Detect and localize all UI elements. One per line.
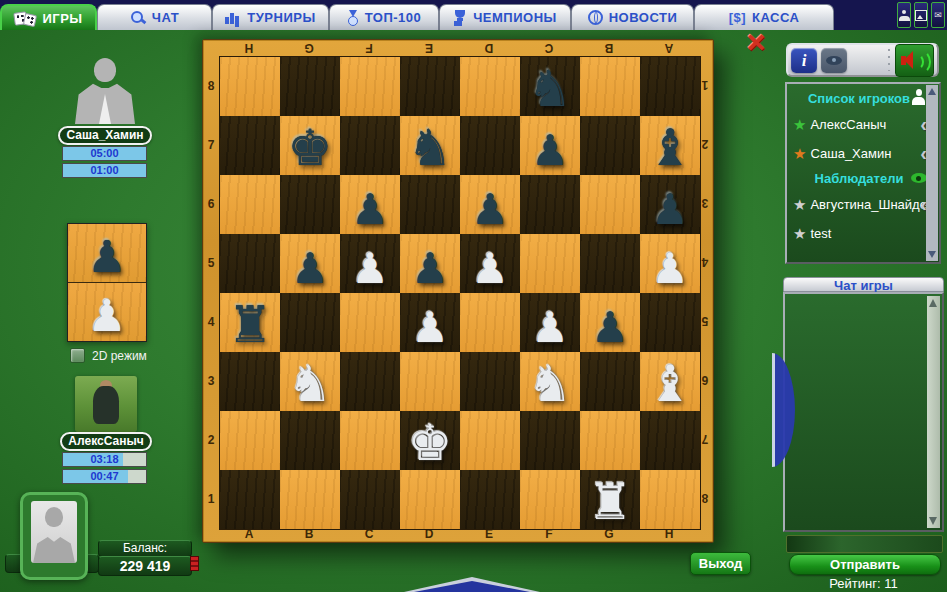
profile-button[interactable] [897,2,911,28]
medal-icon [347,10,359,26]
square-f2[interactable] [520,411,580,470]
square-e1[interactable] [460,470,520,529]
piece-bP-e6[interactable]: ♟ [460,184,520,236]
star-icon-gray: ★ [793,196,806,214]
coord-label: 1 [204,492,218,506]
picture-icon [915,10,927,21]
square-d7[interactable]: ♞ [400,116,460,175]
square-d6[interactable] [400,175,460,234]
square-b7[interactable]: ♚ [280,116,340,175]
chess-board: ABCDEFGH ABCDEFGH 87654321 87654321 ♞♚♞♟… [202,39,714,543]
mode-2d-label: 2D режим [92,349,147,363]
square-g1[interactable]: ♜ [580,470,640,529]
coord-label: 7 [204,138,218,152]
eye-icon [826,56,842,65]
square-h2[interactable] [640,411,700,470]
tab-tournaments-label: ТУРНИРЫ [247,10,315,25]
player-name: Саша_Хамин [810,146,891,161]
piece-wP-c5[interactable]: ♟ [340,243,400,295]
square-f4[interactable]: ♟ [520,293,580,352]
square-c3[interactable] [340,352,400,411]
square-d4[interactable]: ♟ [400,293,460,352]
square-g7[interactable] [580,116,640,175]
square-c2[interactable] [340,411,400,470]
chat-scrollbar[interactable] [927,296,940,528]
square-a2[interactable] [220,411,280,470]
tab-news[interactable]: НОВОСТИ [571,4,694,30]
user-avatar [31,501,77,563]
piece-bP-d5[interactable]: ♟ [400,243,460,295]
user-avatar-frame[interactable] [20,492,88,580]
star-icon-green: ★ [793,116,806,134]
observers-eye-icon [911,173,927,183]
rating-label: Рейтинг: [829,576,880,591]
piece-wN-f3[interactable]: ♞ [520,355,580,413]
square-b3[interactable]: ♞ [280,352,340,411]
piece-bP-c6[interactable]: ♟ [340,184,400,236]
captured-black-pawn: ♟ [68,230,146,284]
podium-icon [225,11,241,24]
square-c7[interactable] [340,116,400,175]
square-g6[interactable] [580,175,640,234]
square-f6[interactable] [520,175,580,234]
square-h5[interactable]: ♟ [640,234,700,293]
right-toolbar: i [786,43,939,77]
coord-label: 5 [204,256,218,270]
star-icon-gray: ★ [793,225,806,243]
square-b5[interactable]: ♟ [280,234,340,293]
piece-wP-d4[interactable]: ♟ [400,302,460,354]
balance-label-bar: Баланс: [98,540,192,557]
coord-label: 3 [204,374,218,388]
captured-pieces-tray: ♟ ♟ [67,223,147,342]
coord-label: B [579,41,639,55]
coord-label: 2 [204,433,218,447]
square-e3[interactable] [460,352,520,411]
piece-wP-e5[interactable]: ♟ [460,243,520,295]
tab-champions-label: ЧЕМПИОНЫ [473,10,557,25]
square-a5[interactable] [220,234,280,293]
observer-row-test[interactable]: ★test [793,219,925,248]
exit-button[interactable]: Выход [690,552,751,575]
observer-list-rows: ★Августина_Шнайдер‹★test [793,190,925,248]
balance-value: 229 419 [98,556,192,576]
observer-name: Августина_Шнайдер [810,197,934,212]
captured-white-pawn: ♟ [68,289,146,343]
tab-champions[interactable]: ЧЕМПИОНЫ [439,4,571,30]
opponent-avatar [75,58,135,124]
piece-bP-g4[interactable]: ♟ [580,302,640,354]
globe-icon [588,10,603,25]
rating-line: Рейтинг: 11 [783,576,944,591]
tab-cashier-label: КАССА [752,10,799,25]
game-chat-header: Чат игры [783,277,944,292]
screenshot-button[interactable] [914,2,928,28]
square-e7[interactable] [460,116,520,175]
square-c5[interactable]: ♟ [340,234,400,293]
square-g3[interactable] [580,352,640,411]
square-b1[interactable] [280,470,340,529]
coord-label: C [519,41,579,55]
piece-wP-h5[interactable]: ♟ [640,243,700,295]
square-a6[interactable] [220,175,280,234]
coord-label: 4 [204,315,218,329]
tab-top100-label: ТОП-100 [365,10,422,25]
square-e6[interactable]: ♟ [460,175,520,234]
person-icon [899,10,910,21]
player-avatar-photo [75,376,137,432]
player-main-clock: 03:18 [62,452,147,467]
rank-labels-left: 87654321 [204,56,218,528]
piece-bN-f8[interactable]: ♞ [520,60,580,118]
square-g4[interactable]: ♟ [580,293,640,352]
piece-bB-h7[interactable]: ♝ [640,119,700,177]
chat-input[interactable] [786,535,943,553]
square-a1[interactable] [220,470,280,529]
tray-cell-black: ♟ [68,224,146,283]
square-f8[interactable]: ♞ [520,57,580,116]
square-e4[interactable] [460,293,520,352]
piece-wB-h3[interactable]: ♝ [640,355,700,413]
square-h8[interactable] [640,57,700,116]
player-list-rows: ★АлексСаныч‹★Саша_Хамин‹ [793,110,925,168]
players-icon [912,89,925,105]
square-a4[interactable]: ♜ [220,293,280,352]
square-d1[interactable] [400,470,460,529]
tab-top100[interactable]: ТОП-100 [329,4,439,30]
square-f3[interactable]: ♞ [520,352,580,411]
piece-wN-b3[interactable]: ♞ [280,355,340,413]
coord-label: F [339,41,399,55]
square-d8[interactable] [400,57,460,116]
piece-bP-h6[interactable]: ♟ [640,184,700,236]
edge-stripes-decoration [190,556,199,571]
info-button[interactable]: i [791,48,817,73]
game-table: Саша_Хамин 05:00 01:00 ♟ ♟ 2D режим Алек… [0,30,947,592]
square-c6[interactable]: ♟ [340,175,400,234]
send-button[interactable]: Отправить [789,554,941,575]
top-navigation: ИГРЫ ЧАТ ТУРНИРЫ ТОП-100 ЧЕМПИОНЫ НОВОСТ… [0,0,947,30]
player-move-clock: 00:47 [62,469,147,484]
app-window: ИГРЫ ЧАТ ТУРНИРЫ ТОП-100 ЧЕМПИОНЫ НОВОСТ… [0,0,947,592]
sound-button[interactable] [895,44,934,77]
board-grid: ♞♚♞♟♝♟♟♟♟♟♟♟♟♜♟♟♟♞♞♝♚♜ [219,56,701,530]
square-a7[interactable] [220,116,280,175]
coord-label: A [639,41,699,55]
coord-label: E [399,41,459,55]
tab-chat[interactable]: ЧАТ [97,4,212,30]
coord-label: G [279,41,339,55]
game-chat-area [783,292,944,532]
player-list-panel: Список игроков ★АлексСаныч‹★Саша_Хамин‹ … [785,82,941,264]
piece-bR-a4[interactable]: ♜ [220,296,280,354]
trophy-icon [453,10,467,25]
square-a3[interactable] [220,352,280,411]
mail-icon: ✉ [934,10,942,20]
square-e8[interactable] [460,57,520,116]
tab-chat-label: ЧАТ [152,10,179,25]
player-row-Саша_Хамин[interactable]: ★Саша_Хамин‹ [793,139,925,168]
square-f7[interactable]: ♟ [520,116,580,175]
square-c1[interactable] [340,470,400,529]
square-d2[interactable]: ♚ [400,411,460,470]
square-c8[interactable] [340,57,400,116]
rating-value: 11 [884,576,898,591]
square-g8[interactable] [580,57,640,116]
observer-row-Августина_Шнайдер[interactable]: ★Августина_Шнайдер‹ [793,190,925,219]
player-name: АлексСаныч [810,117,886,132]
observer-name: test [810,226,831,241]
square-e5[interactable]: ♟ [460,234,520,293]
square-b4[interactable] [280,293,340,352]
piece-bK-b7[interactable]: ♚ [280,119,340,177]
player-name: АлексСаныч [60,432,152,451]
toolbar-divider [887,49,891,71]
dice-icon [14,10,36,26]
piece-bP-b5[interactable]: ♟ [280,243,340,295]
piece-wK-d2[interactable]: ♚ [400,414,460,472]
square-h4[interactable] [640,293,700,352]
coord-label: H [219,41,279,55]
window-buttons: ✉ [897,2,947,30]
piece-wR-g1[interactable]: ♜ [580,473,640,531]
piece-bP-f7[interactable]: ♟ [520,125,580,177]
piece-bN-d7[interactable]: ♞ [400,119,460,177]
square-h6[interactable]: ♟ [640,175,700,234]
square-h3[interactable]: ♝ [640,352,700,411]
tab-news-label: НОВОСТИ [609,10,678,25]
square-b6[interactable] [280,175,340,234]
square-a8[interactable] [220,57,280,116]
opponent-main-clock: 05:00 [62,146,147,161]
player-list-header: Список игроков [793,91,925,106]
square-d3[interactable] [400,352,460,411]
tab-games[interactable]: ИГРЫ [0,4,97,30]
observers-header: Наблюдатели [793,171,925,186]
square-h1[interactable] [640,470,700,529]
tray-cell-white: ♟ [68,283,146,341]
file-labels-top: ABCDEFGH [219,41,699,55]
piece-wP-f4[interactable]: ♟ [520,302,580,354]
close-icon[interactable]: × [741,30,771,56]
player-row-АлексСаныч[interactable]: ★АлексСаныч‹ [793,110,925,139]
cash-icon: [$] [729,10,746,25]
square-h7[interactable]: ♝ [640,116,700,175]
square-e2[interactable] [460,411,520,470]
square-f5[interactable] [520,234,580,293]
square-d5[interactable]: ♟ [400,234,460,293]
tab-games-label: ИГРЫ [42,11,82,26]
search-icon [130,10,146,26]
coord-label: 6 [204,197,218,211]
square-f1[interactable] [520,470,580,529]
mode-2d-checkbox[interactable] [70,348,85,363]
coord-label: D [459,41,519,55]
coord-label: 8 [204,79,218,93]
player-list-scrollbar[interactable] [926,85,938,261]
square-g2[interactable] [580,411,640,470]
square-b8[interactable] [280,57,340,116]
square-g5[interactable] [580,234,640,293]
mail-button[interactable]: ✉ [931,2,945,28]
opponent-move-clock: 01:00 [62,163,147,178]
observe-button[interactable] [821,48,847,73]
logo-swoosh [414,581,530,592]
star-icon-orange: ★ [793,145,806,163]
tab-tournaments[interactable]: ТУРНИРЫ [212,4,329,30]
square-b2[interactable] [280,411,340,470]
opponent-name: Саша_Хамин [58,126,152,145]
square-c4[interactable] [340,293,400,352]
